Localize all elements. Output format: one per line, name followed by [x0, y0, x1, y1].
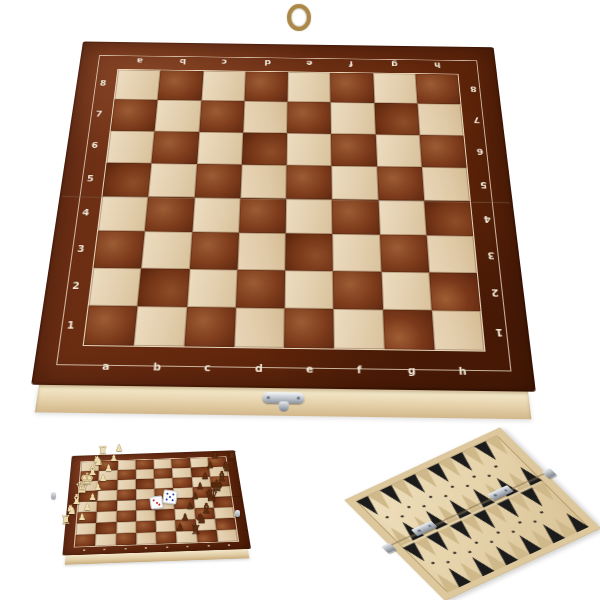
rank-label: 7	[95, 110, 103, 117]
chess-piece: ♟	[78, 513, 86, 522]
square-e3	[285, 234, 333, 271]
chess-piece: ♟	[201, 472, 209, 481]
peg-hole	[450, 486, 454, 489]
mini-coordinate-mark	[124, 548, 126, 550]
mini-square	[136, 479, 155, 490]
square-a7	[111, 99, 158, 131]
mini-coordinate-mark	[187, 546, 189, 548]
square-c4	[192, 197, 240, 233]
peg-hole	[511, 530, 515, 533]
square-h1	[432, 310, 485, 351]
rank-label: 8	[470, 85, 477, 92]
die-pip	[166, 498, 168, 500]
file-label: d	[264, 59, 271, 66]
file-label: g	[391, 61, 398, 68]
square-g6	[375, 134, 421, 167]
mini-coordinate-mark	[104, 549, 106, 551]
square-e5	[286, 165, 332, 199]
square-h8	[415, 74, 460, 104]
mini-square	[156, 531, 177, 543]
file-label: g	[408, 366, 416, 376]
backgammon-box	[344, 427, 600, 600]
square-h6	[419, 135, 466, 168]
square-d7	[243, 101, 288, 133]
chess-piece: ♟	[206, 461, 214, 470]
file-label: c	[222, 58, 228, 65]
square-c1	[184, 307, 236, 347]
peg-hole	[474, 541, 478, 544]
file-label: d	[255, 364, 263, 374]
square-g5	[377, 166, 424, 200]
mini-coordinate-mark	[145, 547, 147, 549]
peg-hole	[428, 496, 432, 499]
square-f1	[334, 309, 385, 350]
chess-piece: ♟	[181, 513, 189, 522]
rank-label: 6	[91, 142, 99, 150]
square-c6	[197, 132, 243, 165]
square-d6	[242, 132, 287, 165]
mini-coordinate-mark	[166, 546, 168, 548]
square-f6	[331, 133, 376, 166]
rank-label: 8	[99, 80, 106, 87]
square-f2	[333, 271, 382, 310]
box-side-edge	[35, 385, 532, 419]
mini-square	[97, 500, 117, 511]
square-f3	[333, 234, 381, 271]
chess-piece: ♟	[191, 492, 199, 501]
square-b7	[155, 100, 201, 132]
peg-hole	[540, 511, 544, 514]
main-board-grid	[83, 69, 486, 352]
peg-hole	[472, 475, 476, 478]
mini-square	[156, 520, 176, 532]
mini-square	[96, 522, 116, 534]
die-pip	[166, 493, 168, 495]
square-d3	[237, 233, 285, 270]
square-f7	[331, 102, 376, 134]
square-e6	[287, 133, 332, 166]
square-f4	[332, 199, 379, 235]
square-b2	[138, 268, 190, 307]
rank-label: 2	[491, 288, 499, 297]
square-b3	[141, 232, 191, 269]
square-h2	[429, 272, 481, 311]
rank-label: 2	[72, 282, 81, 291]
mini-square	[116, 500, 135, 511]
peg-hole	[407, 506, 411, 509]
mini-square	[155, 509, 175, 521]
mini-square	[96, 511, 116, 523]
square-e8	[288, 72, 331, 102]
mini-square	[215, 518, 236, 530]
peg-hole	[467, 551, 471, 554]
peg-hole	[494, 465, 498, 468]
rank-label: 7	[473, 116, 480, 123]
peg-hole	[518, 521, 522, 524]
square-f5	[332, 166, 378, 200]
mini-square	[75, 534, 96, 547]
mini-square	[216, 529, 238, 541]
die-pip	[171, 499, 173, 501]
rank-label: 1	[66, 321, 75, 331]
file-label: h	[458, 367, 467, 377]
mini-square	[117, 479, 136, 490]
square-g7	[374, 103, 419, 135]
square-b4	[145, 197, 194, 233]
square-c7	[199, 101, 244, 133]
clasp-hook-icon	[235, 510, 240, 517]
backgammon-board	[356, 435, 589, 592]
square-g2	[381, 271, 432, 310]
mini-coordinate-mark	[228, 544, 230, 546]
screw-icon	[267, 396, 270, 399]
die-pip	[155, 501, 157, 503]
file-label: b	[153, 363, 162, 373]
chess-piece: ♟	[89, 493, 97, 502]
square-e7	[287, 102, 331, 134]
mini-coordinate-mark	[83, 549, 85, 551]
mini-square	[136, 532, 156, 544]
square-b6	[152, 131, 199, 164]
latch-icon	[262, 392, 304, 404]
mini-square	[116, 510, 136, 522]
mini-square	[136, 521, 156, 533]
die	[149, 495, 164, 510]
screw-icon	[297, 396, 300, 399]
square-d1	[234, 307, 285, 347]
square-g1	[383, 309, 435, 350]
square-a2	[89, 267, 142, 306]
rank-label: 4	[82, 209, 90, 217]
square-d8	[244, 72, 288, 102]
file-label: e	[306, 365, 313, 375]
chess-piece: ♟	[176, 523, 184, 532]
main-board-scene: aa88bb77cc66dd55ee44ff33gg22hh11	[58, 0, 514, 434]
chess-piece: ♟	[94, 483, 102, 492]
mini-square	[116, 521, 136, 533]
peg-hole	[465, 485, 469, 488]
square-a4	[98, 196, 148, 232]
die-pip	[158, 504, 160, 506]
square-a1	[84, 305, 138, 345]
square-f8	[330, 73, 374, 103]
rank-label: 3	[487, 250, 495, 259]
chess-piece: ♟	[104, 464, 112, 473]
rank-label: 4	[483, 215, 491, 223]
mini-coordinate-mark	[207, 545, 209, 547]
square-b8	[158, 70, 203, 100]
product-photo: aa88bb77cc66dd55ee44ff33gg22hh11 ♜♞♝♛♚♝♞…	[0, 0, 600, 600]
coordinate-labels: aa88bb77cc66dd55ee44ff33gg22hh11	[83, 41, 494, 47]
mini-square	[116, 533, 136, 545]
rank-label: 3	[77, 245, 85, 254]
square-b5	[148, 163, 196, 197]
peg-hole	[487, 474, 491, 477]
mini-square	[95, 534, 116, 546]
square-e1	[284, 308, 334, 348]
square-h4	[424, 201, 473, 237]
peg-hole	[446, 561, 450, 564]
square-b1	[134, 306, 187, 346]
square-e4	[286, 199, 333, 235]
latch-knob-icon	[278, 401, 288, 411]
square-c5	[194, 164, 241, 198]
peg-hole	[385, 516, 389, 519]
box-clasp-icon	[542, 468, 557, 479]
chess-piece: ♟	[83, 503, 91, 512]
chess-piece: ♟	[99, 474, 107, 483]
die	[162, 489, 178, 505]
square-h3	[426, 235, 476, 272]
peg-hole	[533, 520, 537, 523]
square-a3	[94, 231, 145, 268]
die-pip	[152, 499, 154, 501]
file-label: h	[433, 61, 440, 68]
file-label: a	[102, 362, 110, 372]
mini-square	[136, 510, 156, 522]
peg-hole	[443, 495, 447, 498]
peg-hole	[400, 515, 404, 518]
file-label: f	[357, 365, 362, 375]
clasp-hook-icon	[51, 492, 56, 499]
square-a6	[107, 130, 155, 163]
rank-label: 6	[476, 147, 484, 155]
rank-label: 1	[495, 327, 503, 337]
die-pip	[169, 496, 171, 498]
square-h5	[422, 167, 470, 201]
chess-piece: ♟	[211, 451, 219, 460]
square-h7	[417, 104, 463, 136]
square-a5	[102, 163, 151, 197]
square-d2	[236, 269, 285, 308]
mini-square	[173, 477, 192, 488]
chess-piece: ♟	[196, 482, 204, 491]
square-a8	[115, 70, 161, 100]
mini-square	[214, 507, 235, 519]
file-label: e	[307, 59, 313, 66]
square-g4	[378, 200, 426, 236]
main-chessboard: aa88bb77cc66dd55ee44ff33gg22hh11	[31, 41, 536, 391]
mini-square	[154, 478, 173, 489]
file-label: c	[204, 363, 211, 373]
peg-hole	[452, 552, 456, 555]
peg-hole	[496, 531, 500, 534]
chess-piece: ♟	[186, 502, 194, 511]
square-d4	[239, 198, 286, 234]
square-c2	[187, 269, 238, 308]
main-board-plane: aa88bb77cc66dd55ee44ff33gg22hh11	[27, 41, 540, 420]
rank-label: 5	[86, 175, 94, 183]
rank-label: 5	[480, 180, 488, 188]
chess-piece: ♟	[110, 454, 118, 463]
square-d5	[240, 164, 286, 198]
peg-hole	[489, 541, 493, 544]
square-c3	[189, 232, 238, 269]
chess-piece: ♜	[227, 450, 238, 462]
file-label: f	[349, 60, 353, 67]
square-g3	[379, 235, 428, 272]
file-label: b	[179, 58, 186, 65]
square-c8	[201, 71, 245, 101]
chess-piece: ♜	[98, 445, 109, 457]
die-pip	[172, 493, 174, 495]
mini-chess-scene: ♜♞♝♛♚♝♞♜♟♟♟♟♟♟♟♟♟♟♟♟♟♟♟♟♜♞♝♛♚♝♞♜	[67, 422, 243, 590]
square-g8	[373, 73, 417, 103]
square-e2	[285, 270, 334, 309]
file-label: a	[137, 57, 144, 64]
peg-hole	[431, 562, 435, 565]
mini-square	[76, 523, 97, 535]
chess-piece: ♟	[115, 444, 123, 453]
mini-square	[117, 489, 136, 500]
peg-hole	[422, 505, 426, 508]
